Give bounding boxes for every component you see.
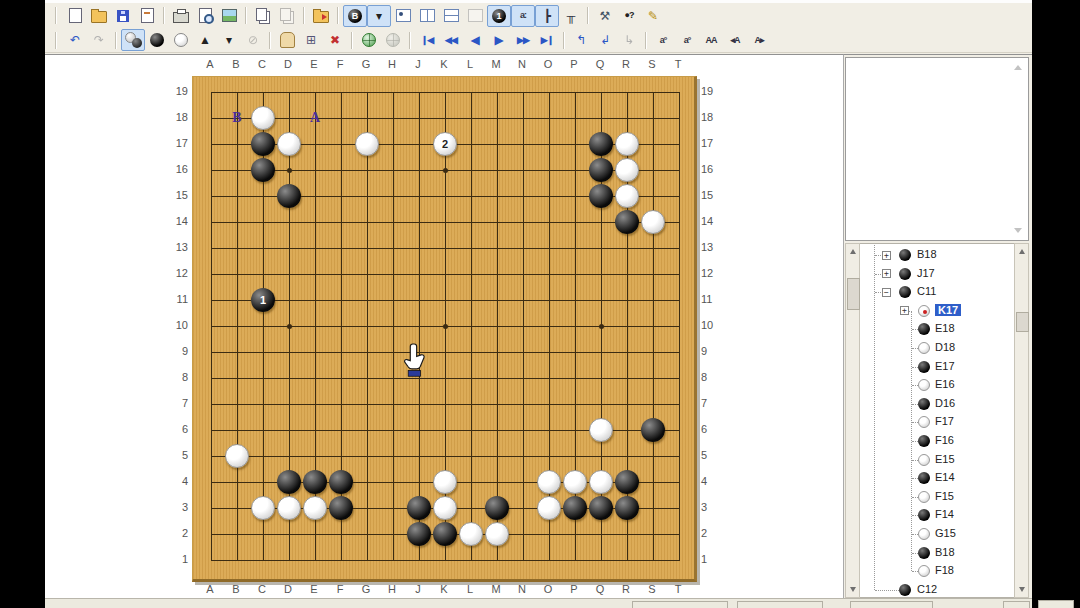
tree-trunk-line [874, 245, 876, 590]
tree-connector [875, 590, 899, 592]
horizontal-split-button-icon [444, 9, 459, 22]
black-stone-D15[interactable] [277, 184, 301, 208]
tree-stone-icon [918, 528, 930, 540]
toolbar-separator [645, 32, 647, 49]
coord-number-left: 6 [168, 423, 188, 435]
screen: B▾1a:┣╥⚒●?✎ ↶↷▲▾⊘⊞✖❙◀◀◀◀▶▶▶▶❙↰↲↳a°a°AA◂A… [0, 0, 1080, 608]
toolbar-separator [351, 32, 353, 49]
comment-scroll-down-icon[interactable] [1014, 228, 1022, 233]
board-view-button[interactable] [391, 5, 415, 27]
print-button[interactable] [169, 5, 193, 27]
coord-letter-bottom: A [202, 583, 218, 595]
tree-stone-icon [918, 379, 930, 391]
coord-letter-bottom: N [514, 583, 530, 595]
white-stone-K3[interactable] [433, 496, 457, 520]
tree-node-E17[interactable]: E17 [935, 360, 955, 372]
coord-number-left: 1 [168, 553, 188, 565]
coord-number-left: 16 [168, 163, 188, 175]
coord-letter-top: K [436, 58, 452, 70]
new-file-button[interactable] [63, 5, 87, 27]
move-number-button[interactable]: 1 [487, 5, 511, 27]
paste-button[interactable] [275, 5, 299, 27]
tree-node-F17[interactable]: F17 [935, 415, 954, 427]
coord-letter-top: E [306, 58, 322, 70]
tree-expand-box[interactable]: − [882, 288, 891, 297]
white-stone-O3[interactable] [537, 496, 561, 520]
status-segment [737, 601, 823, 608]
coord-number-left: 19 [168, 85, 188, 97]
web-link-button[interactable] [357, 29, 381, 51]
star-point [287, 168, 292, 173]
find-move-button[interactable]: a° [675, 29, 699, 51]
tree-node-D16[interactable]: D16 [935, 397, 955, 409]
black-stone-J2[interactable] [407, 522, 431, 546]
toolbar-separator [409, 32, 411, 49]
scrollbar-thumb[interactable] [847, 278, 860, 310]
white-stone-Q6[interactable] [589, 418, 613, 442]
first-move-button[interactable]: ❙◀ [415, 29, 439, 51]
black-stone-Q3[interactable] [589, 496, 613, 520]
find-label-button[interactable]: a° [651, 29, 675, 51]
find-move-button-icon: a° [684, 36, 691, 45]
triangle-marker-tool-icon: ▲ [199, 34, 211, 46]
tree-right-scrollbar[interactable] [1014, 243, 1029, 598]
branch-up-button-icon: ↰ [576, 34, 586, 46]
coord-letter-top: C [254, 58, 270, 70]
coord-number-right: 13 [701, 241, 721, 253]
tree-node-G15[interactable]: G15 [935, 527, 956, 539]
redo-button[interactable]: ↷ [87, 29, 111, 51]
current-move-dot [923, 310, 927, 314]
scroll-up-icon[interactable] [850, 249, 856, 254]
prev-branch-button[interactable]: ↲ [593, 29, 617, 51]
toolbar-separator [163, 7, 165, 24]
black-stone-R4[interactable] [615, 470, 639, 494]
coord-number-right: 17 [701, 137, 721, 149]
horizontal-split-button[interactable] [439, 5, 463, 27]
web-link-button-icon [362, 33, 376, 47]
tree-expand-box[interactable]: + [882, 269, 891, 278]
coord-number-right: 15 [701, 189, 721, 201]
forward-button[interactable]: ▶ [487, 29, 511, 51]
pass-button-icon [280, 32, 295, 48]
coord-letter-top: A [202, 58, 218, 70]
black-stone-Q17[interactable] [589, 132, 613, 156]
black-stone-R3[interactable] [615, 496, 639, 520]
black-stone-P3[interactable] [563, 496, 587, 520]
black-stone-tool[interactable] [145, 29, 169, 51]
coord-number-right: 6 [701, 423, 721, 435]
copy-button[interactable] [251, 5, 275, 27]
next-color-dropdown-icon: ▾ [376, 10, 382, 22]
toolbar-separator [587, 7, 589, 24]
coord-number-left: 17 [168, 137, 188, 149]
coord-number-right: 5 [701, 449, 721, 461]
white-stone-R16[interactable] [615, 158, 639, 182]
marker-dropdown-icon: ▾ [226, 34, 232, 46]
black-stone-R14[interactable] [615, 210, 639, 234]
redo-button-icon: ↷ [94, 34, 104, 46]
tree-node-K17[interactable]: K17 [935, 304, 961, 316]
coord-letter-bottom: Q [592, 583, 608, 595]
coord-number-right: 2 [701, 527, 721, 539]
fast-back-button[interactable]: ◀◀ [439, 29, 463, 51]
toolbar-separator [303, 7, 305, 24]
print-preview-button-icon [199, 8, 212, 23]
coord-letter-bottom: P [566, 583, 582, 595]
star-point [599, 324, 604, 329]
tree-stone-icon [899, 286, 911, 298]
sitemap-button[interactable]: ╥ [559, 5, 583, 27]
status-bar [45, 598, 1032, 608]
search-button-icon: AA [706, 36, 717, 45]
coord-letter-bottom: T [670, 583, 686, 595]
coord-letter-top: B [228, 58, 244, 70]
coord-number-left: 7 [168, 397, 188, 409]
coord-number-right: 4 [701, 475, 721, 487]
coord-number-left: 8 [168, 371, 188, 383]
coord-letter-bottom: O [540, 583, 556, 595]
search-button[interactable]: AA [699, 29, 723, 51]
tree-stone-icon [918, 472, 930, 484]
sitemap-button-icon: ╥ [567, 10, 576, 22]
go-board[interactable]: 12BA [192, 76, 697, 582]
search-back-button[interactable]: ◂A [723, 29, 747, 51]
insert-move-button[interactable]: ⊞ [299, 29, 323, 51]
toolbar-separator [115, 32, 117, 49]
alternate-move-tool[interactable] [121, 29, 145, 51]
coord-letter-bottom: K [436, 583, 452, 595]
forward-button-icon: ▶ [494, 34, 503, 46]
tree-node-E18[interactable]: E18 [935, 322, 955, 334]
coord-letter-top: G [358, 58, 374, 70]
coord-letter-top: N [514, 58, 530, 70]
tree-stone-icon [899, 249, 911, 261]
tools-button[interactable]: ⚒ [593, 5, 617, 27]
new-file-button-icon [69, 8, 82, 23]
coord-number-left: 18 [168, 111, 188, 123]
coord-letter-top: O [540, 58, 556, 70]
move-number-label: 1 [251, 288, 275, 312]
white-stone-G17[interactable] [355, 132, 379, 156]
toolbar-separator [337, 7, 339, 24]
coord-letter-bottom: R [618, 583, 634, 595]
tree-node-C11[interactable]: C11 [917, 285, 936, 297]
scroll-down-icon[interactable] [1019, 587, 1025, 592]
coord-number-right: 18 [701, 111, 721, 123]
back-button[interactable]: ◀ [463, 29, 487, 51]
tree-stone-icon [918, 491, 930, 503]
tree-stone-icon [918, 509, 930, 521]
last-move-button-icon: ▶❙ [541, 36, 553, 45]
coord-number-left: 11 [168, 293, 188, 305]
back-button-icon: ◀ [470, 34, 479, 46]
black-stone-Q15[interactable] [589, 184, 613, 208]
edit-brush-button-icon: ✎ [648, 10, 658, 22]
undo-button-icon: ↶ [70, 34, 80, 46]
tree-node-F15[interactable]: F15 [935, 490, 954, 502]
coord-letter-bottom: B [228, 583, 244, 595]
tree-view-button[interactable]: ┣ [535, 5, 559, 27]
print-preview-button[interactable] [193, 5, 217, 27]
tree-stone-icon [918, 435, 930, 447]
white-stone-E3[interactable] [303, 496, 327, 520]
black-stone-S6[interactable] [641, 418, 665, 442]
coord-letter-bottom: F [332, 583, 348, 595]
coord-letter-top: J [410, 58, 426, 70]
coord-letter-bottom: H [384, 583, 400, 595]
tree-stone-icon [899, 584, 911, 596]
coord-number-right: 1 [701, 553, 721, 565]
coord-letter-top: T [670, 58, 686, 70]
next-color-dropdown[interactable]: ▾ [367, 5, 391, 27]
last-move-button[interactable]: ▶❙ [535, 29, 559, 51]
coord-number-left: 3 [168, 501, 188, 513]
coord-number-right: 12 [701, 267, 721, 279]
coord-letter-bottom: E [306, 583, 322, 595]
black-stone-C16[interactable] [251, 158, 275, 182]
fast-forward-button-icon: ▶▶ [517, 36, 529, 45]
comment-scroll-up-icon[interactable] [1014, 65, 1022, 70]
tree-expand-box[interactable]: + [900, 306, 909, 315]
white-stone-D17[interactable] [277, 132, 301, 156]
coord-letter-top: P [566, 58, 582, 70]
coord-letter-bottom: L [462, 583, 478, 595]
black-stone-J3[interactable] [407, 496, 431, 520]
star-point [287, 324, 292, 329]
tree-stone-icon [918, 323, 930, 335]
search-forward-button-icon: A▸ [754, 36, 763, 45]
status-corner-box [1038, 600, 1074, 608]
eraser-tool-icon: ⊘ [248, 34, 258, 46]
delete-move-button[interactable]: ✖ [323, 29, 347, 51]
tree-stone-icon [918, 361, 930, 373]
coord-number-right: 3 [701, 501, 721, 513]
web-link2-button-icon [386, 33, 400, 47]
tree-node-E15[interactable]: E15 [935, 453, 955, 465]
white-stone-L2[interactable] [459, 522, 483, 546]
white-stone-tool[interactable] [169, 29, 193, 51]
vertical-split-button[interactable] [415, 5, 439, 27]
next-color-button-icon: B [348, 9, 362, 23]
coord-letter-top: L [462, 58, 478, 70]
white-stone-S14[interactable] [641, 210, 665, 234]
status-segment [1003, 601, 1030, 608]
coord-number-right: 9 [701, 345, 721, 357]
move-number-button-icon: 1 [492, 9, 506, 23]
save-button-icon [117, 10, 129, 22]
black-stone-tool-icon [150, 33, 164, 47]
coord-number-right: 7 [701, 397, 721, 409]
insert-move-button-icon: ⊞ [306, 34, 316, 46]
undo-button[interactable]: ↶ [63, 29, 87, 51]
coord-number-left: 12 [168, 267, 188, 279]
tree-stone-icon [918, 398, 930, 410]
coord-number-left: 2 [168, 527, 188, 539]
tree-node-B18[interactable]: B18 [917, 248, 937, 260]
board-letter-label: B [225, 106, 249, 130]
white-stone-P4[interactable] [563, 470, 587, 494]
edit-brush-button[interactable]: ✎ [641, 5, 665, 27]
coord-letter-bottom: D [280, 583, 296, 595]
scrollbar-thumb[interactable] [1016, 312, 1029, 332]
coord-number-left: 9 [168, 345, 188, 357]
move-number-label: 2 [433, 132, 457, 156]
coord-letter-top: D [280, 58, 296, 70]
tree-node-C12[interactable]: C12 [917, 583, 937, 595]
export-image-button[interactable] [217, 5, 241, 27]
black-stone-F3[interactable] [329, 496, 353, 520]
coord-letter-bottom: C [254, 583, 270, 595]
coord-letter-top: F [332, 58, 348, 70]
tree-stone-icon [918, 565, 930, 577]
tree-expand-box[interactable]: + [882, 251, 891, 260]
find-label-button-icon: a° [660, 36, 667, 45]
fast-back-button-icon: ◀◀ [445, 36, 457, 45]
next-branch-button[interactable]: ↳ [617, 29, 641, 51]
search-forward-button[interactable]: A▸ [747, 29, 771, 51]
tools-button-icon: ⚒ [600, 10, 611, 22]
next-color-button[interactable]: B [343, 5, 367, 27]
toolbar-separator [245, 7, 247, 24]
white-stone-D3[interactable] [277, 496, 301, 520]
print-button-icon [173, 12, 189, 23]
open-file-button-icon [91, 11, 107, 23]
coord-letter-top: R [618, 58, 634, 70]
coord-number-right: 14 [701, 215, 721, 227]
branch-up-button[interactable]: ↰ [569, 29, 593, 51]
coord-number-right: 19 [701, 85, 721, 97]
first-move-button-icon: ❙◀ [421, 36, 433, 45]
toolbar-main: B▾1a:┣╥⚒●?✎ [45, 3, 1032, 28]
tree-stone-icon [918, 454, 930, 466]
help-button[interactable]: ●? [617, 5, 641, 27]
white-stone-R15[interactable] [615, 184, 639, 208]
paste-button-icon [280, 8, 291, 21]
black-stone-K2[interactable] [433, 522, 457, 546]
game-info-button-icon [313, 11, 329, 23]
board-letter-label: A [303, 106, 327, 130]
star-point [443, 168, 448, 173]
tree-stone-icon [918, 305, 930, 317]
game-info-button[interactable] [309, 5, 333, 27]
black-stone-Q16[interactable] [589, 158, 613, 182]
black-stone-M3[interactable] [485, 496, 509, 520]
prev-branch-button-icon: ↲ [600, 34, 610, 46]
show-variations-button-icon: a: [520, 11, 526, 20]
copy-button-icon [256, 8, 267, 21]
white-stone-R17[interactable] [615, 132, 639, 156]
tree-view-button-icon: ┣ [543, 10, 550, 22]
coord-number-left: 4 [168, 475, 188, 487]
eraser-tool[interactable]: ⊘ [241, 29, 265, 51]
white-stone-O4[interactable] [537, 470, 561, 494]
tree-left-scrollbar[interactable] [845, 243, 860, 598]
tree-node-J17[interactable]: J17 [917, 267, 935, 279]
status-segment [632, 601, 728, 608]
blank-view-button[interactable] [463, 5, 487, 27]
tree-stone-icon [918, 547, 930, 559]
open-file-button[interactable] [87, 5, 111, 27]
variation-tree[interactable]: +B18+J17−C11+K17E18D18E17E16D16F17F16E15… [860, 243, 1013, 598]
tree-node-E14[interactable]: E14 [935, 471, 955, 483]
triangle-marker-tool[interactable]: ▲ [193, 29, 217, 51]
board-view-button-icon [396, 9, 411, 22]
tree-stone-icon [918, 342, 930, 354]
tree-stone-icon [899, 268, 911, 280]
delete-move-button-icon: ✖ [330, 34, 340, 46]
tree-node-D18[interactable]: D18 [935, 341, 955, 353]
export-image-button-icon [222, 9, 237, 22]
show-variations-button[interactable]: a: [511, 5, 535, 27]
coord-number-left: 10 [168, 319, 188, 331]
coord-letter-bottom: M [488, 583, 504, 595]
pass-button[interactable] [275, 29, 299, 51]
coord-letter-top: Q [592, 58, 608, 70]
edit-document-button-icon [141, 8, 154, 23]
coord-number-right: 11 [701, 293, 721, 305]
coord-letter-top: S [644, 58, 660, 70]
alternate-move-tool-icon [125, 32, 142, 48]
search-back-button-icon: ◂A [730, 36, 739, 45]
web-link2-button[interactable] [381, 29, 405, 51]
help-button-icon: ●? [625, 11, 634, 20]
coord-letter-top: M [488, 58, 504, 70]
scroll-down-icon[interactable] [850, 587, 856, 592]
white-stone-K4[interactable] [433, 470, 457, 494]
coord-number-left: 5 [168, 449, 188, 461]
coord-number-right: 16 [701, 163, 721, 175]
black-stone-E4[interactable] [303, 470, 327, 494]
edit-document-button[interactable] [135, 5, 159, 27]
white-stone-tool-icon [174, 33, 188, 47]
save-button[interactable] [111, 5, 135, 27]
toolbar-separator [563, 32, 565, 49]
fast-forward-button[interactable]: ▶▶ [511, 29, 535, 51]
coord-letter-bottom: S [644, 583, 660, 595]
white-stone-B5[interactable] [225, 444, 249, 468]
vertical-split-button-icon [420, 9, 435, 22]
scroll-up-icon[interactable] [1019, 249, 1025, 254]
toolbar-edit: ↶↷▲▾⊘⊞✖❙◀◀◀◀▶▶▶▶❙↰↲↳a°a°AA◂AA▸ [45, 28, 1032, 53]
white-stone-C3[interactable] [251, 496, 275, 520]
black-stone-D4[interactable] [277, 470, 301, 494]
white-stone-C18[interactable] [251, 106, 275, 130]
coord-number-left: 13 [168, 241, 188, 253]
black-stone-C17[interactable] [251, 132, 275, 156]
tree-node-E16[interactable]: E16 [935, 378, 955, 390]
tree-node-F16[interactable]: F16 [935, 434, 954, 446]
status-segment [850, 601, 933, 608]
tree-node-F18[interactable]: F18 [935, 564, 954, 576]
tree-stone-icon [918, 416, 930, 428]
coord-number-left: 14 [168, 215, 188, 227]
tree-node-F14[interactable]: F14 [935, 508, 954, 520]
coord-letter-top: H [384, 58, 400, 70]
coord-letter-bottom: J [410, 583, 426, 595]
next-branch-button-icon: ↳ [624, 34, 634, 46]
marker-dropdown[interactable]: ▾ [217, 29, 241, 51]
tree-node-B18[interactable]: B18 [935, 546, 955, 558]
black-stone-F4[interactable] [329, 470, 353, 494]
toolbar-separator [269, 32, 271, 49]
coord-number-right: 10 [701, 319, 721, 331]
coord-number-left: 15 [168, 189, 188, 201]
comment-panel[interactable] [845, 57, 1029, 241]
white-stone-Q4[interactable] [589, 470, 613, 494]
white-stone-M2[interactable] [485, 522, 509, 546]
coord-number-right: 8 [701, 371, 721, 383]
